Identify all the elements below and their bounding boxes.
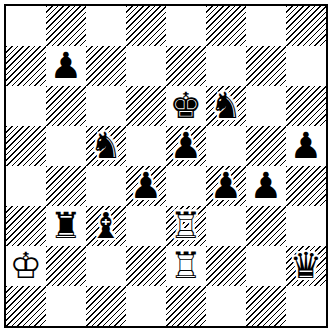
square-g2[interactable] xyxy=(246,246,286,286)
square-f2[interactable] xyxy=(206,246,246,286)
square-e3[interactable]: ♖ xyxy=(166,206,206,246)
square-h2[interactable]: ♛ xyxy=(286,246,326,286)
square-d5[interactable] xyxy=(126,126,166,166)
square-e2[interactable]: ♖ xyxy=(166,246,206,286)
square-f8[interactable] xyxy=(206,6,246,46)
square-g1[interactable] xyxy=(246,286,286,326)
piece-black-pawn: ♟ xyxy=(290,128,322,164)
chess-diagram-page: ♟♚♞♞♟♟♟♟♟♜♝♖♔♖♛ xyxy=(0,0,332,332)
square-c2[interactable] xyxy=(86,246,126,286)
square-f1[interactable] xyxy=(206,286,246,326)
square-a1[interactable] xyxy=(6,286,46,326)
board-frame: ♟♚♞♞♟♟♟♟♟♜♝♖♔♖♛ xyxy=(4,4,328,328)
piece-white-rook: ♖ xyxy=(170,208,202,244)
piece-black-king: ♚ xyxy=(170,88,202,124)
square-h3[interactable] xyxy=(286,206,326,246)
square-b7[interactable]: ♟ xyxy=(46,46,86,86)
square-d8[interactable] xyxy=(126,6,166,46)
square-a2[interactable]: ♔ xyxy=(6,246,46,286)
square-b2[interactable] xyxy=(46,246,86,286)
square-b6[interactable] xyxy=(46,86,86,126)
square-f3[interactable] xyxy=(206,206,246,246)
square-g4[interactable]: ♟ xyxy=(246,166,286,206)
square-a8[interactable] xyxy=(6,6,46,46)
square-e8[interactable] xyxy=(166,6,206,46)
square-b4[interactable] xyxy=(46,166,86,206)
piece-black-pawn: ♟ xyxy=(250,168,282,204)
square-a6[interactable] xyxy=(6,86,46,126)
square-g5[interactable] xyxy=(246,126,286,166)
square-a3[interactable] xyxy=(6,206,46,246)
piece-black-bishop: ♝ xyxy=(90,208,122,244)
square-c1[interactable] xyxy=(86,286,126,326)
square-g3[interactable] xyxy=(246,206,286,246)
square-f6[interactable]: ♞ xyxy=(206,86,246,126)
square-c6[interactable] xyxy=(86,86,126,126)
square-e6[interactable]: ♚ xyxy=(166,86,206,126)
square-c8[interactable] xyxy=(86,6,126,46)
square-d3[interactable] xyxy=(126,206,166,246)
square-a4[interactable] xyxy=(6,166,46,206)
square-d1[interactable] xyxy=(126,286,166,326)
piece-black-pawn: ♟ xyxy=(50,48,82,84)
square-h5[interactable]: ♟ xyxy=(286,126,326,166)
square-f4[interactable]: ♟ xyxy=(206,166,246,206)
square-c3[interactable]: ♝ xyxy=(86,206,126,246)
square-d6[interactable] xyxy=(126,86,166,126)
piece-black-pawn: ♟ xyxy=(130,168,162,204)
piece-black-pawn: ♟ xyxy=(210,168,242,204)
square-a5[interactable] xyxy=(6,126,46,166)
square-e4[interactable] xyxy=(166,166,206,206)
piece-black-rook: ♜ xyxy=(50,208,82,244)
piece-black-queen: ♛ xyxy=(290,248,322,284)
square-c4[interactable] xyxy=(86,166,126,206)
square-e7[interactable] xyxy=(166,46,206,86)
square-h4[interactable] xyxy=(286,166,326,206)
square-b5[interactable] xyxy=(46,126,86,166)
square-b8[interactable] xyxy=(46,6,86,46)
square-d2[interactable] xyxy=(126,246,166,286)
square-h1[interactable] xyxy=(286,286,326,326)
square-a7[interactable] xyxy=(6,46,46,86)
square-g6[interactable] xyxy=(246,86,286,126)
square-e5[interactable]: ♟ xyxy=(166,126,206,166)
chess-board: ♟♚♞♞♟♟♟♟♟♜♝♖♔♖♛ xyxy=(6,6,326,326)
piece-black-pawn: ♟ xyxy=(170,128,202,164)
square-h7[interactable] xyxy=(286,46,326,86)
square-c7[interactable] xyxy=(86,46,126,86)
square-f5[interactable] xyxy=(206,126,246,166)
square-g7[interactable] xyxy=(246,46,286,86)
square-d7[interactable] xyxy=(126,46,166,86)
square-b1[interactable] xyxy=(46,286,86,326)
square-d4[interactable]: ♟ xyxy=(126,166,166,206)
piece-black-knight: ♞ xyxy=(90,128,122,164)
square-b3[interactable]: ♜ xyxy=(46,206,86,246)
square-c5[interactable]: ♞ xyxy=(86,126,126,166)
piece-white-rook: ♖ xyxy=(170,248,202,284)
square-h6[interactable] xyxy=(286,86,326,126)
piece-black-knight: ♞ xyxy=(210,88,242,124)
square-f7[interactable] xyxy=(206,46,246,86)
piece-white-king: ♔ xyxy=(10,248,42,284)
square-g8[interactable] xyxy=(246,6,286,46)
square-h8[interactable] xyxy=(286,6,326,46)
square-e1[interactable] xyxy=(166,286,206,326)
